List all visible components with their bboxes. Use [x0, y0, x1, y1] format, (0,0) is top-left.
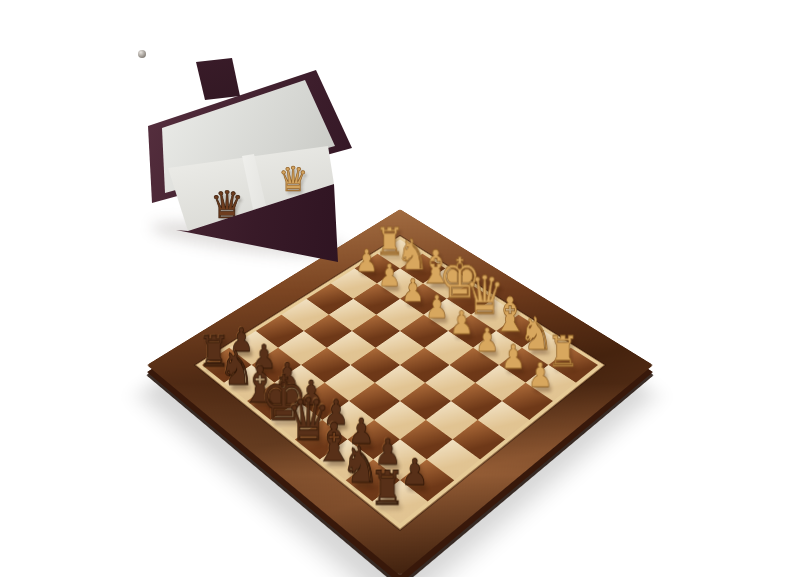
white-pawn[interactable]: ♟: [424, 290, 448, 322]
white-pawn[interactable]: ♟: [474, 323, 499, 356]
white-pawn[interactable]: ♟: [527, 358, 552, 392]
boxed-spare-light-queen[interactable]: ♛: [278, 162, 308, 196]
black-rook[interactable]: ♜: [369, 465, 404, 512]
box-stud-button: [138, 50, 146, 58]
square-a7[interactable]: ♟: [400, 459, 454, 501]
white-pawn[interactable]: ♟: [500, 340, 525, 373]
white-pawn[interactable]: ♟: [401, 275, 425, 306]
chess-set-photo: ♜♞♝♚♛♝♞♜♟♟♟♟♟♟♟♟♟♟♟♟♟♟♟♟♜♞♝♚♛♝♞♜ ♛ ♛: [0, 0, 800, 577]
chess-board-scene: ♜♞♝♚♛♝♞♜♟♟♟♟♟♟♟♟♟♟♟♟♟♟♟♟♜♞♝♚♛♝♞♜: [0, 0, 800, 577]
board-grid: ♜♞♝♚♛♝♞♜♟♟♟♟♟♟♟♟♟♟♟♟♟♟♟♟♜♞♝♚♛♝♞♜: [202, 240, 598, 524]
white-pawn[interactable]: ♟: [449, 307, 473, 339]
white-pawn[interactable]: ♟: [377, 260, 400, 291]
square-d5[interactable]: [375, 365, 425, 401]
storage-box: ♛ ♛: [138, 50, 368, 280]
